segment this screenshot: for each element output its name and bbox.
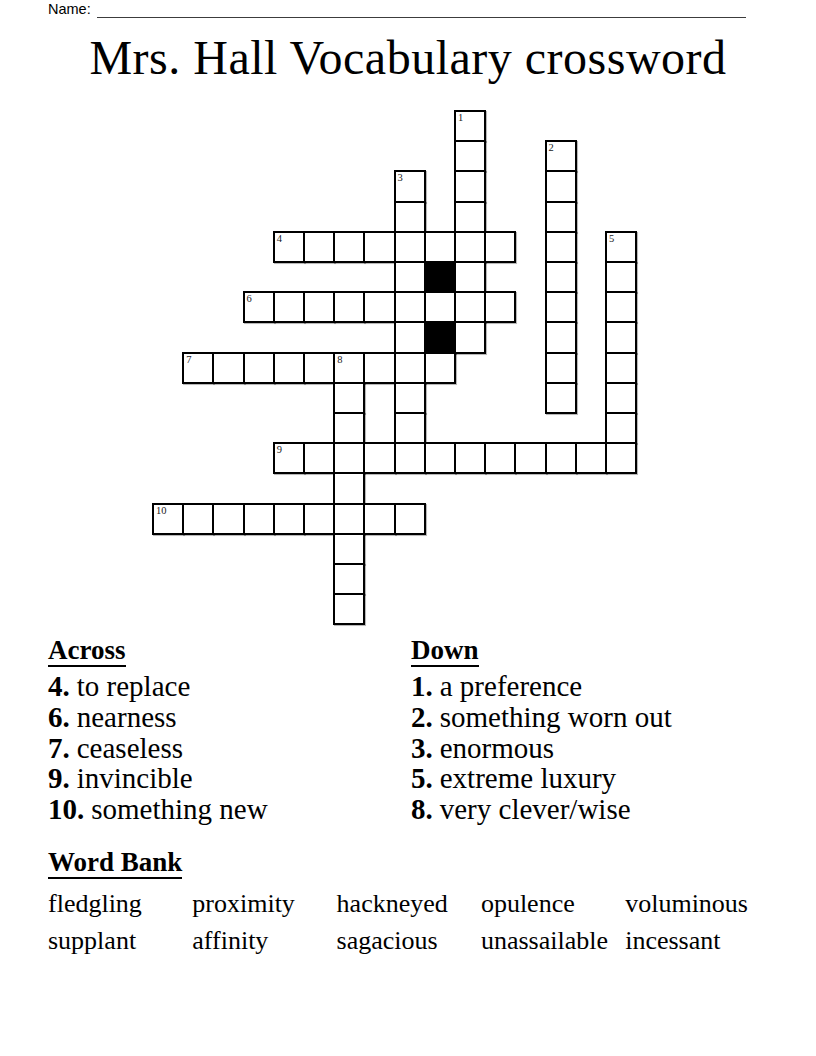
grid-cell[interactable] bbox=[273, 503, 305, 535]
grid-cell[interactable]: 9 bbox=[273, 442, 305, 474]
crossword-grid: 12345678910 bbox=[152, 110, 640, 628]
clue-item: 6.nearness bbox=[48, 702, 268, 733]
clue-number: 3. bbox=[411, 732, 433, 764]
grid-cell[interactable] bbox=[454, 261, 486, 293]
grid-cell[interactable] bbox=[363, 291, 395, 323]
cell-clue-number: 2 bbox=[549, 142, 554, 153]
across-heading: Across bbox=[48, 636, 126, 667]
grid-cell[interactable] bbox=[575, 442, 607, 474]
grid-cell[interactable] bbox=[333, 472, 365, 504]
word-bank-word: opulence bbox=[481, 885, 625, 922]
clue-text: ceaseless bbox=[77, 732, 183, 764]
down-heading: Down bbox=[411, 636, 479, 667]
grid-cell[interactable] bbox=[545, 201, 577, 233]
grid-cell[interactable] bbox=[514, 442, 546, 474]
grid-cell[interactable] bbox=[424, 231, 456, 263]
name-row: Name: bbox=[48, 1, 746, 18]
cell-clue-number: 8 bbox=[337, 354, 342, 365]
word-bank-word: affinity bbox=[192, 922, 336, 959]
grid-cell[interactable] bbox=[424, 291, 456, 323]
grid-cell[interactable] bbox=[333, 382, 365, 414]
clue-number: 4. bbox=[48, 670, 70, 702]
clue-number: 2. bbox=[411, 701, 433, 733]
grid-cell[interactable] bbox=[243, 352, 275, 384]
grid-cell[interactable] bbox=[394, 352, 426, 384]
grid-cell[interactable] bbox=[333, 593, 365, 625]
name-fill-line[interactable] bbox=[97, 3, 746, 18]
word-bank-word: incessant bbox=[625, 922, 770, 959]
grid-cell[interactable] bbox=[363, 231, 395, 263]
grid-cell[interactable] bbox=[605, 412, 637, 444]
grid-cell[interactable] bbox=[273, 352, 305, 384]
grid-cell[interactable]: 8 bbox=[333, 352, 365, 384]
grid-cell[interactable] bbox=[424, 352, 456, 384]
down-clue-list: 1.a preference2.something worn out3.enor… bbox=[411, 671, 672, 825]
grid-cell[interactable] bbox=[243, 503, 275, 535]
word-bank-word: voluminous bbox=[625, 885, 770, 922]
grid-cell[interactable] bbox=[303, 352, 335, 384]
clue-item: 2.something worn out bbox=[411, 702, 672, 733]
cell-clue-number: 3 bbox=[398, 172, 403, 183]
grid-cell[interactable] bbox=[394, 412, 426, 444]
grid-cell[interactable]: 5 bbox=[605, 231, 637, 263]
grid-cell[interactable]: 3 bbox=[394, 170, 426, 202]
grid-cell[interactable] bbox=[394, 442, 426, 474]
grid-cell[interactable] bbox=[333, 442, 365, 474]
down-clues-section: Down 1.a preference2.something worn out3… bbox=[411, 636, 672, 825]
grid-cell[interactable] bbox=[454, 291, 486, 323]
grid-cell[interactable] bbox=[394, 503, 426, 535]
grid-cell[interactable] bbox=[545, 170, 577, 202]
word-bank-word: unassailable bbox=[481, 922, 625, 959]
grid-cell[interactable] bbox=[484, 442, 516, 474]
grid-cell[interactable]: 4 bbox=[273, 231, 305, 263]
cell-clue-number: 1 bbox=[458, 112, 463, 123]
word-bank-word: proximity bbox=[192, 885, 336, 922]
grid-cell[interactable]: 10 bbox=[152, 503, 184, 535]
grid-cell[interactable] bbox=[605, 442, 637, 474]
grid-cell[interactable] bbox=[273, 291, 305, 323]
grid-cell[interactable] bbox=[303, 231, 335, 263]
clue-text: to replace bbox=[77, 670, 191, 702]
grid-cell[interactable] bbox=[333, 563, 365, 595]
clue-number: 1. bbox=[411, 670, 433, 702]
grid-cell[interactable] bbox=[484, 231, 516, 263]
cell-clue-number: 5 bbox=[609, 233, 614, 244]
clue-item: 3.enormous bbox=[411, 733, 672, 764]
grid-cell[interactable] bbox=[212, 503, 244, 535]
across-clue-list: 4.to replace6.nearness7.ceaseless9.invin… bbox=[48, 671, 268, 825]
grid-cell[interactable] bbox=[545, 321, 577, 353]
grid-cell[interactable] bbox=[394, 291, 426, 323]
clue-number: 7. bbox=[48, 732, 70, 764]
across-clues-section: Across 4.to replace6.nearness7.ceaseless… bbox=[48, 636, 268, 825]
grid-cell[interactable] bbox=[182, 503, 214, 535]
grid-cell[interactable] bbox=[424, 442, 456, 474]
grid-cell[interactable] bbox=[545, 291, 577, 323]
word-bank-heading: Word Bank bbox=[48, 848, 182, 879]
grid-cell[interactable] bbox=[545, 442, 577, 474]
clue-text: something worn out bbox=[440, 701, 672, 733]
grid-cell[interactable] bbox=[605, 261, 637, 293]
grid-cell[interactable] bbox=[545, 231, 577, 263]
grid-cell[interactable] bbox=[333, 503, 365, 535]
grid-cell[interactable] bbox=[454, 140, 486, 172]
grid-cell[interactable] bbox=[363, 442, 395, 474]
grid-cell[interactable] bbox=[333, 291, 365, 323]
word-bank-list: fledglingproximityhackneyedopulencevolum… bbox=[48, 885, 770, 959]
grid-cell[interactable] bbox=[303, 291, 335, 323]
grid-cell[interactable]: 2 bbox=[545, 140, 577, 172]
clue-number: 5. bbox=[411, 762, 433, 794]
word-bank-word: fledgling bbox=[48, 885, 192, 922]
grid-cell[interactable] bbox=[605, 291, 637, 323]
grid-cell[interactable] bbox=[454, 170, 486, 202]
clue-item: 4.to replace bbox=[48, 671, 268, 702]
blocked-cell bbox=[424, 261, 456, 293]
puzzle-title: Mrs. Hall Vocabulary crossword bbox=[0, 33, 816, 83]
clue-number: 8. bbox=[411, 793, 433, 825]
grid-cell[interactable] bbox=[303, 442, 335, 474]
cell-clue-number: 4 bbox=[277, 233, 282, 244]
blocked-cell bbox=[424, 321, 456, 353]
clue-number: 6. bbox=[48, 701, 70, 733]
grid-cell[interactable] bbox=[333, 231, 365, 263]
grid-cell[interactable]: 6 bbox=[243, 291, 275, 323]
grid-cell[interactable] bbox=[394, 382, 426, 414]
word-bank-word: hackneyed bbox=[337, 885, 481, 922]
grid-cell[interactable] bbox=[394, 261, 426, 293]
grid-cell[interactable] bbox=[454, 442, 486, 474]
grid-cell[interactable] bbox=[545, 261, 577, 293]
clue-item: 10.something new bbox=[48, 794, 268, 825]
clue-text: enormous bbox=[440, 732, 554, 764]
grid-cell[interactable] bbox=[303, 503, 335, 535]
cell-clue-number: 9 bbox=[277, 444, 282, 455]
clue-item: 1.a preference bbox=[411, 671, 672, 702]
clue-text: a preference bbox=[440, 670, 582, 702]
clue-item: 5.extreme luxury bbox=[411, 763, 672, 794]
clue-text: very clever/wise bbox=[440, 793, 631, 825]
word-bank-word: sagacious bbox=[337, 922, 481, 959]
cell-clue-number: 10 bbox=[156, 505, 167, 516]
grid-cell[interactable] bbox=[545, 382, 577, 414]
grid-cell[interactable] bbox=[545, 352, 577, 384]
grid-cell[interactable] bbox=[363, 352, 395, 384]
grid-cell[interactable] bbox=[605, 382, 637, 414]
grid-cell[interactable] bbox=[454, 321, 486, 353]
grid-cell[interactable] bbox=[394, 321, 426, 353]
name-label: Name: bbox=[48, 1, 91, 18]
clue-text: nearness bbox=[77, 701, 177, 733]
clue-item: 8.very clever/wise bbox=[411, 794, 672, 825]
cell-clue-number: 6 bbox=[247, 293, 252, 304]
clue-item: 7.ceaseless bbox=[48, 733, 268, 764]
crossword-worksheet: Name: Mrs. Hall Vocabulary crossword 123… bbox=[0, 0, 816, 1056]
grid-cell[interactable] bbox=[454, 231, 486, 263]
grid-cell[interactable] bbox=[605, 321, 637, 353]
grid-cell[interactable]: 7 bbox=[182, 352, 214, 384]
grid-cell[interactable]: 1 bbox=[454, 110, 486, 142]
cell-clue-number: 7 bbox=[186, 354, 191, 365]
grid-cell[interactable] bbox=[605, 352, 637, 384]
grid-cell[interactable] bbox=[363, 503, 395, 535]
grid-cell[interactable] bbox=[394, 231, 426, 263]
word-bank-word: supplant bbox=[48, 922, 192, 959]
clue-text: invincible bbox=[77, 762, 193, 794]
clue-text: extreme luxury bbox=[440, 762, 616, 794]
clue-text: something new bbox=[91, 793, 267, 825]
grid-cell[interactable] bbox=[484, 291, 516, 323]
clue-number: 10. bbox=[48, 793, 84, 825]
clue-item: 9.invincible bbox=[48, 763, 268, 794]
grid-cell[interactable] bbox=[212, 352, 244, 384]
grid-cell[interactable] bbox=[333, 533, 365, 565]
clue-number: 9. bbox=[48, 762, 70, 794]
grid-cell[interactable] bbox=[454, 201, 486, 233]
grid-cell[interactable] bbox=[394, 201, 426, 233]
grid-cell[interactable] bbox=[333, 412, 365, 444]
word-bank-section: Word Bank fledglingproximityhackneyedopu… bbox=[48, 848, 770, 959]
